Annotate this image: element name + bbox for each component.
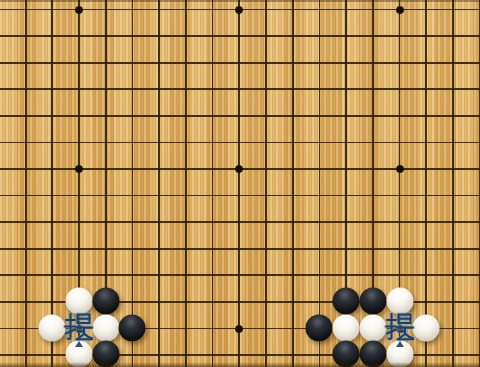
black-stone[interactable] bbox=[306, 314, 333, 341]
star-point bbox=[75, 165, 83, 173]
capture-point-marker[interactable] bbox=[63, 310, 95, 344]
star-point bbox=[235, 165, 243, 173]
grid-line-v bbox=[425, 0, 427, 367]
bottom-edge-shade bbox=[0, 362, 480, 367]
grid-line-v bbox=[132, 0, 134, 367]
star-point bbox=[235, 325, 243, 333]
star-point bbox=[75, 6, 83, 14]
grid-line-h bbox=[0, 274, 480, 276]
grid-line-h bbox=[0, 115, 480, 117]
go-board[interactable] bbox=[0, 0, 480, 367]
white-stone[interactable] bbox=[359, 314, 386, 341]
black-stone[interactable] bbox=[119, 314, 146, 341]
marker-triangle-icon bbox=[75, 341, 83, 347]
capture-kanji-icon bbox=[63, 310, 95, 344]
white-stone[interactable] bbox=[92, 314, 119, 341]
capture-kanji-icon bbox=[384, 310, 416, 344]
grid-line-h bbox=[0, 62, 480, 64]
white-stone[interactable] bbox=[413, 314, 440, 341]
white-stone[interactable] bbox=[39, 314, 66, 341]
grid-line-h bbox=[0, 221, 480, 223]
black-stone[interactable] bbox=[359, 287, 386, 314]
star-point bbox=[396, 6, 404, 14]
capture-point-marker[interactable] bbox=[384, 310, 416, 344]
grid-line-h bbox=[0, 88, 480, 90]
grid-line-v bbox=[185, 0, 187, 367]
grid-line-v bbox=[452, 0, 454, 367]
star-point bbox=[396, 165, 404, 173]
black-stone[interactable] bbox=[333, 287, 360, 314]
grid-line-v bbox=[158, 0, 160, 367]
grid-line-h bbox=[0, 142, 480, 144]
grid-line-v bbox=[265, 0, 267, 367]
grid-line-h bbox=[0, 35, 480, 37]
grid-line-v bbox=[319, 0, 321, 367]
grid-line-h bbox=[0, 195, 480, 197]
grid-line-v bbox=[51, 0, 53, 367]
black-stone[interactable] bbox=[92, 287, 119, 314]
grid-line-v bbox=[25, 0, 27, 367]
star-point bbox=[235, 6, 243, 14]
top-edge-shade bbox=[0, 0, 480, 2]
marker-triangle-icon bbox=[396, 341, 404, 347]
white-stone[interactable] bbox=[333, 314, 360, 341]
grid-line-h bbox=[0, 248, 480, 250]
grid-line-v bbox=[292, 0, 294, 367]
grid-line-v bbox=[238, 0, 240, 367]
grid-line-v bbox=[212, 0, 214, 367]
